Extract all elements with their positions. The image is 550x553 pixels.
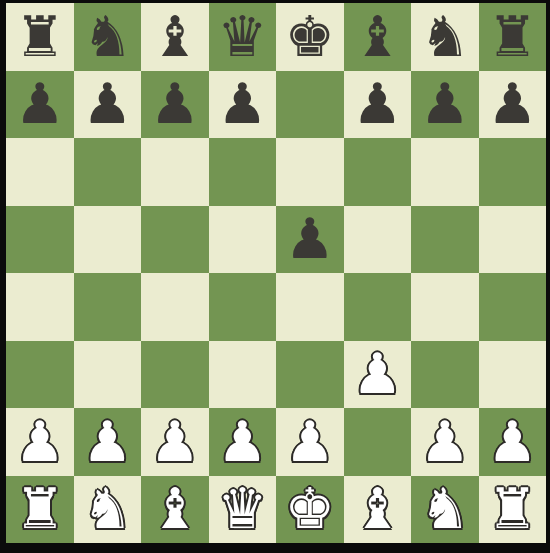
square-g7[interactable]: ♟ [411,71,479,139]
square-b6[interactable] [74,138,142,206]
white-pawn[interactable]: ♟ [15,414,65,470]
square-g2[interactable]: ♟ [411,408,479,476]
white-knight[interactable]: ♞ [82,481,132,537]
square-b1[interactable]: ♞ [74,476,142,544]
square-d7[interactable]: ♟ [209,71,277,139]
square-e4[interactable] [276,273,344,341]
square-h3[interactable] [479,341,547,409]
square-f5[interactable] [344,206,412,274]
square-g8[interactable]: ♞ [411,3,479,71]
square-e1[interactable]: ♚ [276,476,344,544]
square-d2[interactable]: ♟ [209,408,277,476]
square-a4[interactable] [6,273,74,341]
white-pawn[interactable]: ♟ [217,414,267,470]
square-a5[interactable] [6,206,74,274]
black-pawn[interactable]: ♟ [15,76,65,132]
black-queen[interactable]: ♛ [217,9,267,65]
square-b2[interactable]: ♟ [74,408,142,476]
square-a6[interactable] [6,138,74,206]
black-pawn[interactable]: ♟ [285,211,335,267]
square-b3[interactable] [74,341,142,409]
square-d8[interactable]: ♛ [209,3,277,71]
square-e3[interactable] [276,341,344,409]
square-b7[interactable]: ♟ [74,71,142,139]
black-pawn[interactable]: ♟ [150,76,200,132]
square-g5[interactable] [411,206,479,274]
black-pawn[interactable]: ♟ [82,76,132,132]
black-pawn[interactable]: ♟ [487,76,537,132]
square-d3[interactable] [209,341,277,409]
square-d6[interactable] [209,138,277,206]
black-rook[interactable]: ♜ [487,9,537,65]
square-a2[interactable]: ♟ [6,408,74,476]
white-queen[interactable]: ♛ [217,481,267,537]
square-a3[interactable] [6,341,74,409]
square-g4[interactable] [411,273,479,341]
black-pawn[interactable]: ♟ [217,76,267,132]
square-f4[interactable] [344,273,412,341]
square-e6[interactable] [276,138,344,206]
square-g6[interactable] [411,138,479,206]
black-pawn[interactable]: ♟ [420,76,470,132]
square-a7[interactable]: ♟ [6,71,74,139]
black-king[interactable]: ♚ [285,9,335,65]
square-f1[interactable]: ♝ [344,476,412,544]
square-f2[interactable] [344,408,412,476]
white-knight[interactable]: ♞ [420,481,470,537]
square-e7[interactable] [276,71,344,139]
black-knight[interactable]: ♞ [420,9,470,65]
square-b8[interactable]: ♞ [74,3,142,71]
square-h8[interactable]: ♜ [479,3,547,71]
square-f8[interactable]: ♝ [344,3,412,71]
square-e5[interactable]: ♟ [276,206,344,274]
black-knight[interactable]: ♞ [82,9,132,65]
square-f3[interactable]: ♟ [344,341,412,409]
white-pawn[interactable]: ♟ [487,414,537,470]
white-pawn[interactable]: ♟ [352,346,402,402]
square-a8[interactable]: ♜ [6,3,74,71]
square-c1[interactable]: ♝ [141,476,209,544]
square-d4[interactable] [209,273,277,341]
white-rook[interactable]: ♜ [487,481,537,537]
black-bishop[interactable]: ♝ [150,9,200,65]
square-a1[interactable]: ♜ [6,476,74,544]
square-c8[interactable]: ♝ [141,3,209,71]
chess-board: ♜♞♝♛♚♝♞♜♟♟♟♟♟♟♟♟♟♟♟♟♟♟♟♟♜♞♝♛♚♝♞♜ [6,3,546,543]
square-b4[interactable] [74,273,142,341]
square-c4[interactable] [141,273,209,341]
black-rook[interactable]: ♜ [15,9,65,65]
square-h1[interactable]: ♜ [479,476,547,544]
white-pawn[interactable]: ♟ [285,414,335,470]
white-pawn[interactable]: ♟ [420,414,470,470]
square-c2[interactable]: ♟ [141,408,209,476]
white-rook[interactable]: ♜ [15,481,65,537]
white-bishop[interactable]: ♝ [150,481,200,537]
white-bishop[interactable]: ♝ [352,481,402,537]
white-king[interactable]: ♚ [285,481,335,537]
square-h7[interactable]: ♟ [479,71,547,139]
square-g1[interactable]: ♞ [411,476,479,544]
square-c6[interactable] [141,138,209,206]
square-c7[interactable]: ♟ [141,71,209,139]
square-e2[interactable]: ♟ [276,408,344,476]
square-d1[interactable]: ♛ [209,476,277,544]
black-pawn[interactable]: ♟ [352,76,402,132]
square-e8[interactable]: ♚ [276,3,344,71]
square-h4[interactable] [479,273,547,341]
square-c5[interactable] [141,206,209,274]
white-pawn[interactable]: ♟ [82,414,132,470]
white-pawn[interactable]: ♟ [150,414,200,470]
square-f6[interactable] [344,138,412,206]
square-h2[interactable]: ♟ [479,408,547,476]
square-c3[interactable] [141,341,209,409]
square-b5[interactable] [74,206,142,274]
square-f7[interactable]: ♟ [344,71,412,139]
square-g3[interactable] [411,341,479,409]
square-h5[interactable] [479,206,547,274]
square-h6[interactable] [479,138,547,206]
page-background: { "game": "chess", "position": { "fen": … [0,0,550,553]
square-d5[interactable] [209,206,277,274]
black-bishop[interactable]: ♝ [352,9,402,65]
